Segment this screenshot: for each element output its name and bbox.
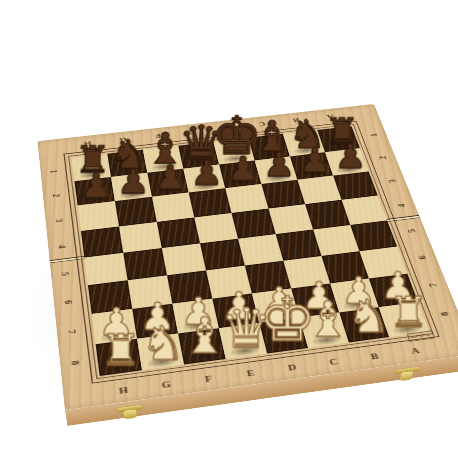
clasp-pendant-icon: [123, 409, 136, 419]
square-h5[interactable]: [85, 253, 128, 285]
light-rook-h8[interactable]: ♜: [100, 328, 142, 372]
square-b2[interactable]: ♟: [290, 152, 333, 179]
dark-pawn-b2[interactable]: ♟: [299, 143, 331, 176]
square-a5[interactable]: [350, 220, 397, 251]
square-g8[interactable]: ♞: [137, 333, 184, 370]
dark-pawn-h2[interactable]: ♟: [80, 168, 113, 202]
rank-label-left-2: 2: [37, 187, 76, 204]
square-f2[interactable]: ♟: [147, 169, 188, 197]
dark-pawn-c2[interactable]: ♟: [263, 148, 295, 181]
light-knight-b8[interactable]: ♞: [347, 292, 391, 338]
square-f3[interactable]: [152, 192, 194, 221]
square-a2[interactable]: ♟: [325, 148, 369, 175]
light-knight-g8[interactable]: ♞: [141, 319, 186, 366]
dark-pawn-g2[interactable]: ♟: [117, 164, 149, 198]
rank-label-right-5: 5: [391, 222, 433, 240]
light-rook-a8[interactable]: ♜: [389, 291, 430, 333]
square-h3[interactable]: [78, 201, 119, 231]
square-a3[interactable]: [333, 171, 378, 199]
clasp-pendant-icon: [400, 371, 413, 381]
square-h2[interactable]: ♟: [75, 177, 115, 206]
photo-background: HGFEDCBA HGFEDCBA 12345678 12345678 ♜♞♝♛…: [0, 0, 458, 458]
dark-pawn-e2[interactable]: ♟: [191, 156, 223, 190]
file-label-bottom-G: G: [144, 373, 190, 396]
dark-pawn-a2[interactable]: ♟: [335, 139, 367, 172]
dark-pawn-f2[interactable]: ♟: [154, 160, 186, 194]
rank-label-left-1: 1: [35, 163, 73, 180]
file-label-bottom-D: D: [269, 356, 315, 379]
square-e2[interactable]: ♟: [184, 164, 226, 192]
file-label-bottom-C: C: [311, 351, 357, 373]
square-d4[interactable]: [232, 208, 276, 238]
square-b3[interactable]: [298, 175, 342, 204]
brass-clasp-right: [394, 366, 420, 383]
square-f8[interactable]: ♝: [178, 328, 226, 364]
chess-board: HGFEDCBA HGFEDCBA 12345678 12345678 ♜♞♝♛…: [38, 104, 458, 410]
file-label-bottom-B: B: [352, 345, 398, 367]
file-label-bottom-H: H: [101, 379, 146, 402]
rank-label-right-4: 4: [381, 197, 422, 215]
square-g4[interactable]: [119, 222, 162, 253]
rank-label-right-3: 3: [372, 173, 413, 190]
rank-label-right-1: 1: [355, 127, 394, 143]
rank-label-right-2: 2: [363, 149, 403, 165]
square-g3[interactable]: [115, 197, 157, 227]
file-label-bottom-E: E: [228, 362, 274, 385]
square-h8[interactable]: ♜: [96, 339, 142, 376]
square-d5[interactable]: [238, 234, 283, 265]
dark-pawn-d2[interactable]: ♟: [227, 152, 259, 185]
square-d2[interactable]: ♟: [219, 160, 261, 188]
brass-clasp-left: [117, 404, 143, 421]
light-bishop-f8[interactable]: ♝: [182, 311, 229, 360]
square-g2[interactable]: ♟: [111, 173, 152, 201]
file-label-bottom-A: A: [392, 340, 438, 362]
file-label-bottom-F: F: [186, 367, 232, 390]
square-f4[interactable]: [157, 217, 200, 248]
